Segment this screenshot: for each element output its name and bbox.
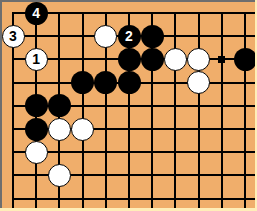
black-stone-move-4: 4 — [25, 2, 48, 25]
move-number-label: 2 — [125, 29, 133, 43]
grid-line-horizontal — [12, 151, 255, 153]
black-stone — [141, 48, 164, 71]
white-stone — [71, 118, 94, 141]
image-border-right — [255, 0, 257, 211]
white-stone — [164, 48, 187, 71]
grid-line-vertical — [198, 12, 200, 208]
white-stone — [48, 118, 71, 141]
white-stone-move-1: 1 — [25, 48, 48, 71]
go-board-diagram: 4321 — [0, 0, 257, 211]
white-stone-move-3: 3 — [2, 25, 25, 48]
white-stone — [25, 141, 48, 164]
black-stone — [71, 71, 94, 94]
move-number-label: 3 — [9, 29, 17, 43]
image-border-bottom — [0, 208, 257, 211]
black-stone-move-2: 2 — [118, 25, 141, 48]
black-stone — [48, 94, 71, 117]
image-border-top — [0, 0, 257, 2]
black-stone — [25, 118, 48, 141]
grid-line-vertical — [174, 12, 176, 208]
move-number-label: 1 — [32, 52, 40, 66]
black-stone — [234, 48, 257, 71]
white-stone — [187, 71, 210, 94]
image-border-left — [0, 0, 2, 211]
black-stone — [94, 71, 117, 94]
grid-line-horizontal — [12, 12, 255, 14]
square-marked-point — [218, 56, 225, 63]
black-stone — [25, 94, 48, 117]
white-stone — [187, 48, 210, 71]
move-number-label: 4 — [32, 6, 40, 20]
black-stone — [118, 48, 141, 71]
black-stone — [141, 25, 164, 48]
white-stone — [94, 25, 117, 48]
white-stone — [48, 164, 71, 187]
grid-line-horizontal — [12, 198, 255, 200]
grid-line-vertical — [221, 12, 223, 208]
grid-line-vertical — [244, 12, 246, 208]
black-stone — [118, 71, 141, 94]
grid-line-vertical — [82, 12, 84, 208]
